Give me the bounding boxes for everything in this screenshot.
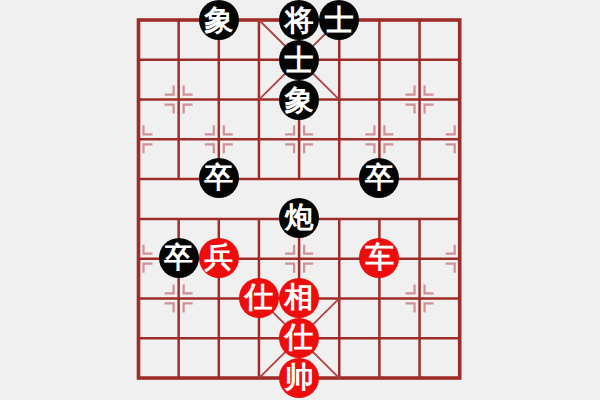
xiangqi-board-screen: 象将士士象卒卒炮卒兵车仕相仕帅 xyxy=(0,0,600,400)
piece-black-advisor[interactable]: 士 xyxy=(279,40,319,80)
piece-red-soldier[interactable]: 兵 xyxy=(199,238,239,278)
piece-red-advisor[interactable]: 仕 xyxy=(279,318,319,358)
piece-black-cannon[interactable]: 炮 xyxy=(279,198,319,238)
piece-red-elephant[interactable]: 相 xyxy=(279,278,319,318)
piece-red-general[interactable]: 帅 xyxy=(279,358,319,398)
piece-black-advisor[interactable]: 士 xyxy=(319,0,359,40)
piece-black-elephant[interactable]: 象 xyxy=(199,0,239,40)
piece-black-soldier[interactable]: 卒 xyxy=(359,158,399,198)
piece-black-soldier[interactable]: 卒 xyxy=(159,238,199,278)
piece-red-chariot[interactable]: 车 xyxy=(359,238,399,278)
piece-red-advisor[interactable]: 仕 xyxy=(239,278,279,318)
piece-black-elephant[interactable]: 象 xyxy=(279,80,319,120)
piece-black-soldier[interactable]: 卒 xyxy=(199,158,239,198)
board: 象将士士象卒卒炮卒兵车仕相仕帅 xyxy=(118,0,479,398)
piece-black-general[interactable]: 将 xyxy=(279,0,319,40)
